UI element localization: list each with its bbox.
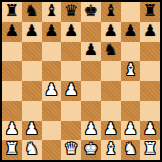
- black-king-e8[interactable]: ♚: [84, 3, 98, 19]
- square-b6[interactable]: [22, 42, 42, 62]
- white-knight-g1[interactable]: ♞: [123, 141, 137, 157]
- white-pawn-d4[interactable]: ♟: [64, 82, 78, 98]
- white-pawn-h2[interactable]: ♟: [143, 121, 157, 137]
- square-d4[interactable]: ♟: [61, 81, 81, 101]
- black-knight-f6[interactable]: ♞: [103, 42, 117, 58]
- square-a1[interactable]: ♜: [2, 140, 22, 160]
- square-d6[interactable]: [61, 42, 81, 62]
- square-h3[interactable]: [140, 101, 160, 121]
- square-f5[interactable]: [101, 61, 121, 81]
- square-b7[interactable]: ♟: [22, 22, 42, 42]
- white-pawn-g2[interactable]: ♟: [123, 121, 137, 137]
- square-f6[interactable]: ♞: [101, 42, 121, 62]
- square-g8[interactable]: [121, 2, 141, 22]
- square-b8[interactable]: ♞: [22, 2, 42, 22]
- square-c5[interactable]: [42, 61, 62, 81]
- square-c1[interactable]: [42, 140, 62, 160]
- square-g3[interactable]: [121, 101, 141, 121]
- square-g1[interactable]: ♞: [121, 140, 141, 160]
- black-bishop-c8[interactable]: ♝: [44, 3, 58, 19]
- square-e2[interactable]: ♟: [81, 121, 101, 141]
- black-pawn-g7[interactable]: ♟: [123, 23, 137, 39]
- square-h8[interactable]: ♜: [140, 2, 160, 22]
- white-pawn-e2[interactable]: ♟: [84, 121, 98, 137]
- square-c7[interactable]: ♟: [42, 22, 62, 42]
- square-b5[interactable]: [22, 61, 42, 81]
- white-bishop-g5[interactable]: ♝: [123, 62, 137, 78]
- square-c8[interactable]: ♝: [42, 2, 62, 22]
- square-e6[interactable]: ♟: [81, 42, 101, 62]
- square-h6[interactable]: [140, 42, 160, 62]
- square-e4[interactable]: [81, 81, 101, 101]
- square-g4[interactable]: [121, 81, 141, 101]
- square-b4[interactable]: [22, 81, 42, 101]
- square-c2[interactable]: [42, 121, 62, 141]
- square-h7[interactable]: ♟: [140, 22, 160, 42]
- white-knight-b1[interactable]: ♞: [24, 141, 38, 157]
- square-f4[interactable]: [101, 81, 121, 101]
- white-bishop-f1[interactable]: ♝: [103, 141, 117, 157]
- black-pawn-c7[interactable]: ♟: [44, 23, 58, 39]
- black-pawn-e6[interactable]: ♟: [84, 42, 98, 58]
- black-queen-d8[interactable]: ♛: [64, 3, 78, 19]
- black-pawn-b7[interactable]: ♟: [24, 23, 38, 39]
- black-pawn-a7[interactable]: ♟: [5, 23, 19, 39]
- square-f2[interactable]: ♟: [101, 121, 121, 141]
- square-f3[interactable]: [101, 101, 121, 121]
- square-e7[interactable]: [81, 22, 101, 42]
- square-c6[interactable]: [42, 42, 62, 62]
- square-d2[interactable]: [61, 121, 81, 141]
- black-rook-a8[interactable]: ♜: [5, 3, 19, 19]
- square-d7[interactable]: ♟: [61, 22, 81, 42]
- white-rook-a1[interactable]: ♜: [5, 141, 19, 157]
- square-d3[interactable]: [61, 101, 81, 121]
- square-b3[interactable]: [22, 101, 42, 121]
- white-queen-d1[interactable]: ♛: [64, 141, 78, 157]
- square-a3[interactable]: [2, 101, 22, 121]
- square-e1[interactable]: ♚: [81, 140, 101, 160]
- white-pawn-b2[interactable]: ♟: [24, 121, 38, 137]
- square-h1[interactable]: ♜: [140, 140, 160, 160]
- square-a4[interactable]: [2, 81, 22, 101]
- square-h5[interactable]: [140, 61, 160, 81]
- square-c3[interactable]: [42, 101, 62, 121]
- chess-board-frame: ♜♞♝♛♚♝♜♟♟♟♟♟♟♟♟♞♝♟♟♟♟♟♟♟♟♜♞♛♚♝♞♜: [0, 0, 162, 162]
- square-f7[interactable]: ♟: [101, 22, 121, 42]
- white-king-e1[interactable]: ♚: [84, 141, 98, 157]
- white-pawn-c4[interactable]: ♟: [44, 82, 58, 98]
- square-a8[interactable]: ♜: [2, 2, 22, 22]
- square-a5[interactable]: [2, 61, 22, 81]
- black-rook-h8[interactable]: ♜: [143, 3, 157, 19]
- square-a2[interactable]: ♟: [2, 121, 22, 141]
- white-pawn-a2[interactable]: ♟: [5, 121, 19, 137]
- square-e5[interactable]: [81, 61, 101, 81]
- square-f1[interactable]: ♝: [101, 140, 121, 160]
- black-knight-b8[interactable]: ♞: [24, 3, 38, 19]
- square-d1[interactable]: ♛: [61, 140, 81, 160]
- square-g5[interactable]: ♝: [121, 61, 141, 81]
- square-b1[interactable]: ♞: [22, 140, 42, 160]
- square-g2[interactable]: ♟: [121, 121, 141, 141]
- square-e8[interactable]: ♚: [81, 2, 101, 22]
- square-e3[interactable]: [81, 101, 101, 121]
- black-bishop-f8[interactable]: ♝: [103, 3, 117, 19]
- white-rook-h1[interactable]: ♜: [143, 141, 157, 157]
- square-d5[interactable]: [61, 61, 81, 81]
- square-d8[interactable]: ♛: [61, 2, 81, 22]
- black-pawn-h7[interactable]: ♟: [143, 23, 157, 39]
- square-g7[interactable]: ♟: [121, 22, 141, 42]
- square-h4[interactable]: [140, 81, 160, 101]
- square-b2[interactable]: ♟: [22, 121, 42, 141]
- white-pawn-f2[interactable]: ♟: [103, 121, 117, 137]
- square-f8[interactable]: ♝: [101, 2, 121, 22]
- square-h2[interactable]: ♟: [140, 121, 160, 141]
- square-c4[interactable]: ♟: [42, 81, 62, 101]
- square-a7[interactable]: ♟: [2, 22, 22, 42]
- square-a6[interactable]: [2, 42, 22, 62]
- square-g6[interactable]: [121, 42, 141, 62]
- chess-board: ♜♞♝♛♚♝♜♟♟♟♟♟♟♟♟♞♝♟♟♟♟♟♟♟♟♜♞♛♚♝♞♜: [2, 2, 160, 160]
- black-pawn-f7[interactable]: ♟: [103, 23, 117, 39]
- black-pawn-d7[interactable]: ♟: [64, 23, 78, 39]
